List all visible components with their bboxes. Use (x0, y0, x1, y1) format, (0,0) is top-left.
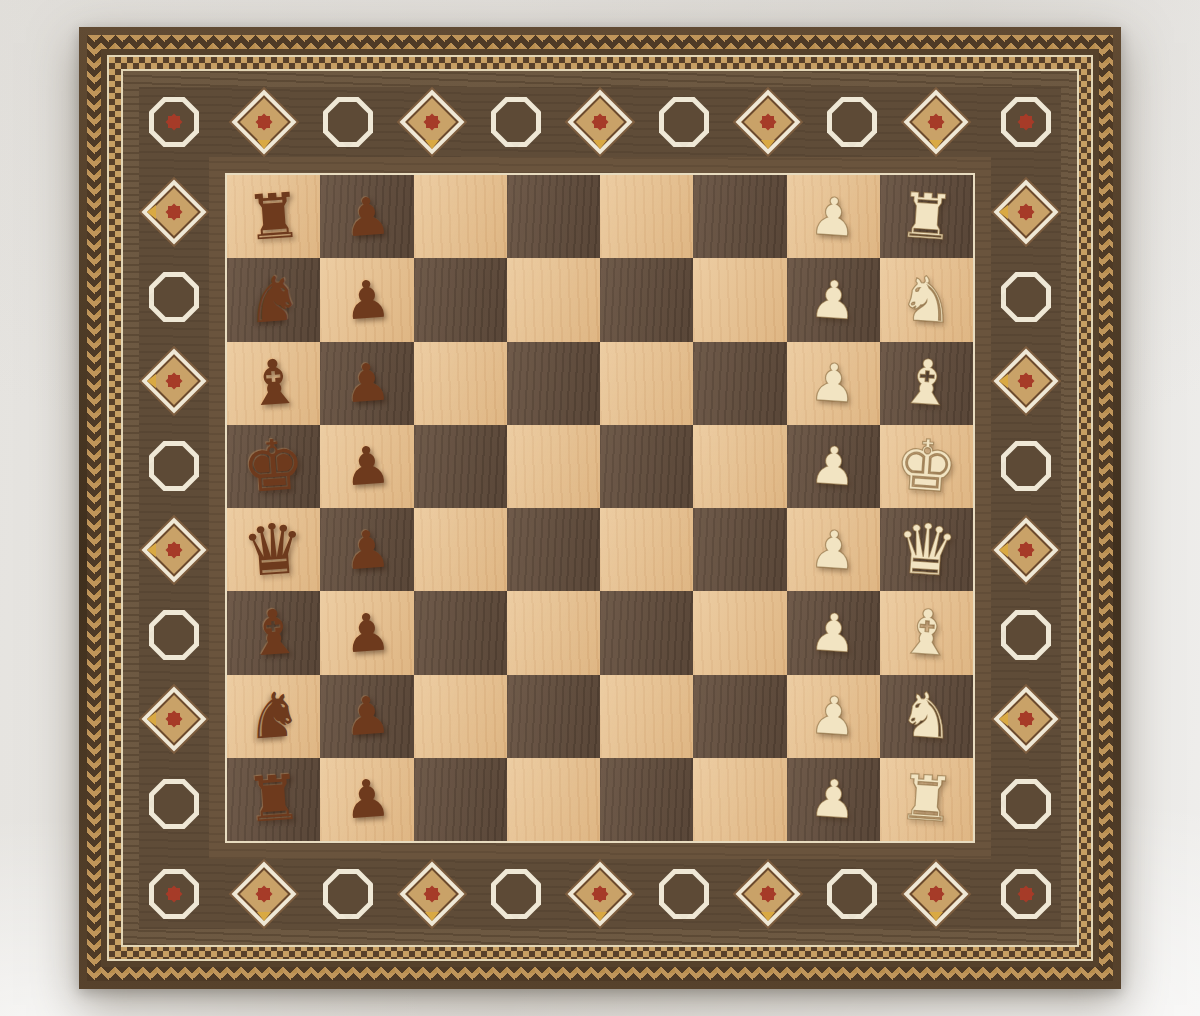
square-r1c6[interactable] (693, 175, 786, 258)
square-r7c5[interactable] (600, 675, 693, 758)
square-r8c7[interactable]: ♟ (787, 758, 880, 841)
mosaic-diamond-motif (235, 865, 293, 923)
outer-walnut-edge: ♜♟♟♜♞♟♟♞♝♟♟♝♚♟♟♚♛♟♟♛♝♟♟♝♞♟♟♞♜♟♟♜ (79, 27, 1121, 989)
square-r2c7[interactable]: ♟ (787, 258, 880, 341)
mosaic-diamond-motif (145, 521, 203, 579)
black-pawn[interactable]: ♟ (342, 439, 392, 494)
mosaic-octagon-motif (145, 775, 203, 833)
mosaic-strip-left (139, 157, 209, 859)
black-rook[interactable]: ♜ (244, 767, 304, 833)
square-r6c2[interactable]: ♟ (320, 591, 413, 674)
white-queen[interactable]: ♛ (893, 513, 960, 587)
square-r8c3[interactable] (414, 758, 507, 841)
mosaic-corner-medallion (139, 87, 209, 157)
square-r4c2[interactable]: ♟ (320, 425, 413, 508)
square-r7c8[interactable]: ♞ (880, 675, 973, 758)
square-r7c4[interactable] (507, 675, 600, 758)
square-r6c7[interactable]: ♟ (787, 591, 880, 674)
square-r5c1[interactable]: ♛ (227, 508, 320, 591)
mosaic-diamond-motif (145, 183, 203, 241)
white-pawn[interactable]: ♟ (808, 522, 858, 577)
black-pawn[interactable]: ♟ (342, 689, 392, 744)
cream-inlay-line: ♜♟♟♜♞♟♟♞♝♟♟♝♚♟♟♚♛♟♟♛♝♟♟♝♞♟♟♞♜♟♟♜ (107, 55, 1093, 961)
black-bishop[interactable]: ♝ (244, 350, 304, 416)
square-r1c2[interactable]: ♟ (320, 175, 413, 258)
mosaic-diamond-motif (571, 865, 629, 923)
walnut-field: ♜♟♟♜♞♟♟♞♝♟♟♝♚♟♟♚♛♟♟♛♝♟♟♝♞♟♟♞♜♟♟♜ (123, 71, 1077, 945)
square-r1c1[interactable]: ♜ (227, 175, 320, 258)
square-r3c8[interactable]: ♝ (880, 342, 973, 425)
white-pawn[interactable]: ♟ (808, 772, 858, 827)
black-queen[interactable]: ♛ (240, 513, 307, 587)
square-r2c2[interactable]: ♟ (320, 258, 413, 341)
square-r3c3[interactable] (414, 342, 507, 425)
square-r7c6[interactable] (693, 675, 786, 758)
square-r4c7[interactable]: ♟ (787, 425, 880, 508)
mosaic-octagon-motif (997, 606, 1055, 664)
mosaic-octagon-motif (655, 865, 713, 923)
black-pawn[interactable]: ♟ (342, 772, 392, 827)
mosaic-octagon-motif (487, 865, 545, 923)
mosaic-strip-top (209, 87, 991, 157)
black-pawn[interactable]: ♟ (342, 356, 392, 411)
mosaic-corner-medallion (991, 859, 1061, 929)
square-r5c7[interactable]: ♟ (787, 508, 880, 591)
mosaic-diamond-motif (997, 183, 1055, 241)
playing-area: ♜♟♟♜♞♟♟♞♝♟♟♝♚♟♟♚♛♟♟♛♝♟♟♝♞♟♟♞♜♟♟♜ (227, 175, 973, 841)
square-r2c1[interactable]: ♞ (227, 258, 320, 341)
mosaic-octagon-motif (145, 437, 203, 495)
mosaic-diamond-motif (907, 93, 965, 151)
square-r1c7[interactable]: ♟ (787, 175, 880, 258)
black-knight[interactable]: ♞ (244, 683, 304, 749)
white-bishop[interactable]: ♝ (896, 600, 956, 666)
square-r1c4[interactable] (507, 175, 600, 258)
mosaic-diamond-motif (907, 865, 965, 923)
white-pawn[interactable]: ♟ (808, 356, 858, 411)
mosaic-octagon-motif (823, 93, 881, 151)
square-r2c3[interactable] (414, 258, 507, 341)
square-r7c1[interactable]: ♞ (227, 675, 320, 758)
photo-backdrop: ♜♟♟♜♞♟♟♞♝♟♟♝♚♟♟♚♛♟♟♛♝♟♟♝♞♟♟♞♜♟♟♜ (0, 0, 1200, 1016)
square-r1c3[interactable] (414, 175, 507, 258)
white-rook[interactable]: ♜ (896, 184, 956, 250)
mosaic-octagon-motif (145, 268, 203, 326)
mosaic-diamond-motif (997, 690, 1055, 748)
square-r8c1[interactable]: ♜ (227, 758, 320, 841)
square-r8c4[interactable] (507, 758, 600, 841)
square-r1c5[interactable] (600, 175, 693, 258)
mosaic-corner-medallion (139, 859, 209, 929)
white-pawn[interactable]: ♟ (808, 439, 858, 494)
mosaic-border: ♜♟♟♜♞♟♟♞♝♟♟♝♚♟♟♚♛♟♟♛♝♟♟♝♞♟♟♞♜♟♟♜ (139, 87, 1061, 929)
mosaic-diamond-motif (739, 865, 797, 923)
square-r8c6[interactable] (693, 758, 786, 841)
mosaic-octagon-motif (487, 93, 545, 151)
inner-walnut-field: ♜♟♟♜♞♟♟♞♝♟♟♝♚♟♟♚♛♟♟♛♝♟♟♝♞♟♟♞♜♟♟♜ (209, 157, 991, 859)
white-king[interactable]: ♚ (893, 429, 960, 503)
white-pawn[interactable]: ♟ (808, 272, 858, 327)
black-rook[interactable]: ♜ (244, 184, 304, 250)
mosaic-octagon-motif (655, 93, 713, 151)
black-pawn[interactable]: ♟ (342, 272, 392, 327)
mosaic-diamond-motif (235, 93, 293, 151)
black-pawn[interactable]: ♟ (342, 522, 392, 577)
mosaic-octagon-motif (319, 93, 377, 151)
square-r5c2[interactable]: ♟ (320, 508, 413, 591)
square-r5c6[interactable] (693, 508, 786, 591)
square-r6c6[interactable] (693, 591, 786, 674)
square-r1c8[interactable]: ♜ (880, 175, 973, 258)
playfield-border-line: ♜♟♟♜♞♟♟♞♝♟♟♝♚♟♟♚♛♟♟♛♝♟♟♝♞♟♟♞♜♟♟♜ (225, 173, 975, 843)
mosaic-diamond-motif (145, 690, 203, 748)
square-r6c4[interactable] (507, 591, 600, 674)
mosaic-diamond-motif (145, 352, 203, 410)
square-r5c4[interactable] (507, 508, 600, 591)
black-pawn[interactable]: ♟ (342, 605, 392, 660)
mosaic-strip-right (991, 157, 1061, 859)
square-r2c8[interactable]: ♞ (880, 258, 973, 341)
square-r3c2[interactable]: ♟ (320, 342, 413, 425)
black-pawn[interactable]: ♟ (342, 189, 392, 244)
black-bishop[interactable]: ♝ (244, 600, 304, 666)
white-rook[interactable]: ♜ (896, 767, 956, 833)
white-pawn[interactable]: ♟ (808, 689, 858, 744)
checker-inlay-band: ♜♟♟♜♞♟♟♞♝♟♟♝♚♟♟♚♛♟♟♛♝♟♟♝♞♟♟♞♜♟♟♜ (109, 57, 1091, 959)
square-r6c3[interactable] (414, 591, 507, 674)
square-r8c5[interactable] (600, 758, 693, 841)
mosaic-diamond-motif (571, 93, 629, 151)
white-knight[interactable]: ♞ (896, 267, 956, 333)
square-r7c7[interactable]: ♟ (787, 675, 880, 758)
mosaic-diamond-motif (403, 865, 461, 923)
square-r4c1[interactable]: ♚ (227, 425, 320, 508)
mosaic-octagon-motif (823, 865, 881, 923)
square-r3c5[interactable] (600, 342, 693, 425)
mosaic-octagon-motif (997, 268, 1055, 326)
mosaic-octagon-motif (997, 437, 1055, 495)
square-r2c6[interactable] (693, 258, 786, 341)
square-r4c6[interactable] (693, 425, 786, 508)
square-r5c5[interactable] (600, 508, 693, 591)
square-r7c2[interactable]: ♟ (320, 675, 413, 758)
white-knight[interactable]: ♞ (896, 683, 956, 749)
square-r3c1[interactable]: ♝ (227, 342, 320, 425)
square-r6c8[interactable]: ♝ (880, 591, 973, 674)
cream-inlay-line: ♜♟♟♜♞♟♟♞♝♟♟♝♚♟♟♚♛♟♟♛♝♟♟♝♞♟♟♞♜♟♟♜ (121, 69, 1079, 947)
square-r6c5[interactable] (600, 591, 693, 674)
white-bishop[interactable]: ♝ (896, 350, 956, 416)
mosaic-diamond-motif (403, 93, 461, 151)
square-r7c3[interactable] (414, 675, 507, 758)
diamond-inlay-band: ♜♟♟♜♞♟♟♞♝♟♟♝♚♟♟♚♛♟♟♛♝♟♟♝♞♟♟♞♜♟♟♜ (87, 35, 1113, 981)
white-pawn[interactable]: ♟ (808, 605, 858, 660)
square-r8c2[interactable]: ♟ (320, 758, 413, 841)
square-r4c8[interactable]: ♚ (880, 425, 973, 508)
mosaic-diamond-motif (997, 521, 1055, 579)
square-r4c5[interactable] (600, 425, 693, 508)
chess-board: ♜♟♟♜♞♟♟♞♝♟♟♝♚♟♟♚♛♟♟♛♝♟♟♝♞♟♟♞♜♟♟♜ (79, 27, 1121, 989)
square-r5c3[interactable] (414, 508, 507, 591)
square-r8c8[interactable]: ♜ (880, 758, 973, 841)
black-knight[interactable]: ♞ (244, 267, 304, 333)
mosaic-diamond-motif (997, 352, 1055, 410)
mosaic-diamond-motif (739, 93, 797, 151)
white-pawn[interactable]: ♟ (808, 189, 858, 244)
square-r2c5[interactable] (600, 258, 693, 341)
square-r4c4[interactable] (507, 425, 600, 508)
square-r5c8[interactable]: ♛ (880, 508, 973, 591)
mosaic-corner-medallion (991, 87, 1061, 157)
mosaic-octagon-motif (319, 865, 377, 923)
square-r3c6[interactable] (693, 342, 786, 425)
square-r3c4[interactable] (507, 342, 600, 425)
black-king[interactable]: ♚ (240, 429, 307, 503)
mosaic-strip-bottom (209, 859, 991, 929)
mosaic-octagon-motif (145, 606, 203, 664)
square-r6c1[interactable]: ♝ (227, 591, 320, 674)
square-r3c7[interactable]: ♟ (787, 342, 880, 425)
square-r4c3[interactable] (414, 425, 507, 508)
mosaic-octagon-motif (997, 775, 1055, 833)
square-r2c4[interactable] (507, 258, 600, 341)
